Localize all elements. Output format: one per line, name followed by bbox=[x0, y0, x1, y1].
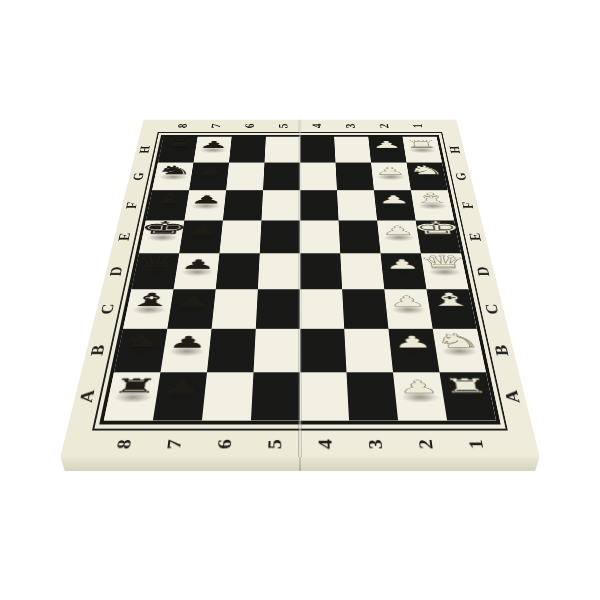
piece-white-bishop[interactable]: ♝ bbox=[418, 282, 481, 308]
piece-black-pawn[interactable]: ♟ bbox=[169, 247, 228, 271]
file-label-right-b: B bbox=[490, 341, 514, 360]
black-pawn-glyph: ♟ bbox=[198, 140, 230, 150]
white-rook-glyph: ♜ bbox=[403, 139, 439, 150]
piece-white-queen[interactable]: ♛ bbox=[412, 247, 472, 271]
piece-black-pawn[interactable]: ♟ bbox=[148, 364, 217, 396]
file-label-right-c: C bbox=[481, 300, 504, 317]
rank-label-bottom-1: 1 bbox=[463, 433, 489, 456]
board-projection-wrap: 8877665544332211HHGGFFEEDDCCBBAA ♜♞♝♛♚♝♞… bbox=[0, 0, 600, 600]
piece-black-pawn[interactable]: ♟ bbox=[156, 321, 221, 350]
black-pawn-glyph: ♟ bbox=[194, 166, 227, 176]
rank-label-top-6: 6 bbox=[242, 121, 257, 131]
black-pawn-glyph: ♟ bbox=[160, 378, 204, 396]
black-pawn-glyph: ♟ bbox=[184, 224, 220, 236]
square-b4[interactable] bbox=[300, 329, 347, 373]
white-rook-glyph: ♜ bbox=[440, 376, 490, 396]
rank-label-bottom-2: 2 bbox=[413, 433, 438, 456]
square-d4[interactable] bbox=[300, 253, 342, 289]
square-e5[interactable] bbox=[260, 220, 300, 253]
rank-label-top-8: 8 bbox=[174, 121, 190, 131]
file-label-left-f: F bbox=[122, 199, 141, 212]
black-pawn-glyph: ♟ bbox=[167, 334, 209, 350]
rank-label-top-2: 2 bbox=[376, 121, 392, 131]
piece-white-knight[interactable]: ♞ bbox=[423, 321, 490, 350]
piece-black-pawn[interactable]: ♟ bbox=[162, 282, 224, 308]
square-g5[interactable] bbox=[263, 163, 300, 191]
rank-label-top-5: 5 bbox=[276, 121, 291, 131]
piece-white-king[interactable]: ♚ bbox=[408, 215, 465, 237]
rank-label-top-4: 4 bbox=[309, 121, 324, 131]
square-h5[interactable] bbox=[264, 137, 300, 163]
white-knight-glyph: ♞ bbox=[432, 331, 483, 350]
rank-label-bottom-4: 4 bbox=[314, 433, 336, 456]
piece-white-rook[interactable]: ♜ bbox=[430, 364, 500, 396]
rank-label-bottom-6: 6 bbox=[213, 433, 237, 456]
white-king-glyph: ♚ bbox=[410, 219, 462, 237]
white-bishop-glyph: ♝ bbox=[409, 191, 452, 205]
rank-label-top-1: 1 bbox=[409, 121, 425, 131]
rank-label-top-7: 7 bbox=[208, 121, 224, 131]
square-e4[interactable] bbox=[300, 220, 340, 253]
black-pawn-glyph: ♟ bbox=[173, 294, 213, 309]
file-label-left-b: B bbox=[86, 341, 110, 360]
piece-black-pawn[interactable]: ♟ bbox=[180, 185, 234, 205]
square-b5[interactable] bbox=[253, 329, 300, 373]
chess-board: 8877665544332211HHGGFFEEDDCCBBAA ♜♞♝♛♚♝♞… bbox=[60, 120, 540, 458]
white-bishop-glyph: ♝ bbox=[425, 290, 475, 308]
black-pawn-glyph: ♟ bbox=[189, 194, 223, 205]
piece-black-pawn[interactable]: ♟ bbox=[174, 215, 230, 237]
square-d5[interactable] bbox=[258, 253, 300, 289]
white-queen-glyph: ♛ bbox=[417, 253, 469, 271]
square-a5[interactable] bbox=[251, 372, 300, 420]
rank-label-bottom-3: 3 bbox=[364, 433, 388, 456]
square-c5[interactable] bbox=[256, 289, 300, 328]
file-label-left-c: C bbox=[96, 300, 119, 317]
file-label-right-d: D bbox=[473, 263, 494, 278]
file-label-left-h: H bbox=[136, 144, 154, 155]
file-label-right-a: A bbox=[500, 386, 525, 407]
file-label-right-h: H bbox=[446, 144, 464, 155]
square-h4[interactable] bbox=[300, 137, 336, 163]
file-label-left-e: E bbox=[114, 230, 134, 244]
piece-white-rook[interactable]: ♜ bbox=[395, 132, 445, 149]
white-knight-glyph: ♞ bbox=[406, 164, 446, 176]
square-c4[interactable] bbox=[300, 289, 344, 328]
square-f4[interactable] bbox=[300, 190, 339, 220]
board-edge-seam bbox=[299, 457, 301, 471]
piece-white-bishop[interactable]: ♝ bbox=[403, 185, 458, 205]
rank-label-top-3: 3 bbox=[343, 121, 358, 131]
piece-black-pawn[interactable]: ♟ bbox=[189, 132, 238, 149]
board-perspective-wrap: 8877665544332211HHGGFFEEDDCCBBAA ♜♞♝♛♚♝♞… bbox=[60, 0, 540, 458]
rank-label-bottom-8: 8 bbox=[111, 433, 137, 456]
product-photo-background: 8877665544332211HHGGFFEEDDCCBBAA ♜♞♝♛♚♝♞… bbox=[0, 0, 600, 600]
board-fold-seam bbox=[298, 120, 302, 458]
rank-label-bottom-7: 7 bbox=[162, 433, 187, 456]
square-f5[interactable] bbox=[261, 190, 300, 220]
piece-white-knight[interactable]: ♞ bbox=[399, 157, 451, 176]
square-a4[interactable] bbox=[300, 372, 349, 420]
file-label-right-e: E bbox=[465, 230, 485, 244]
black-pawn-glyph: ♟ bbox=[179, 257, 217, 271]
file-label-right-g: G bbox=[452, 170, 470, 182]
piece-black-pawn[interactable]: ♟ bbox=[185, 157, 236, 176]
file-label-left-g: G bbox=[129, 170, 147, 182]
file-label-right-f: F bbox=[458, 199, 477, 212]
square-g4[interactable] bbox=[300, 163, 337, 191]
rank-label-bottom-5: 5 bbox=[264, 433, 286, 456]
file-label-left-a: A bbox=[75, 386, 100, 407]
file-label-left-d: D bbox=[106, 263, 127, 278]
